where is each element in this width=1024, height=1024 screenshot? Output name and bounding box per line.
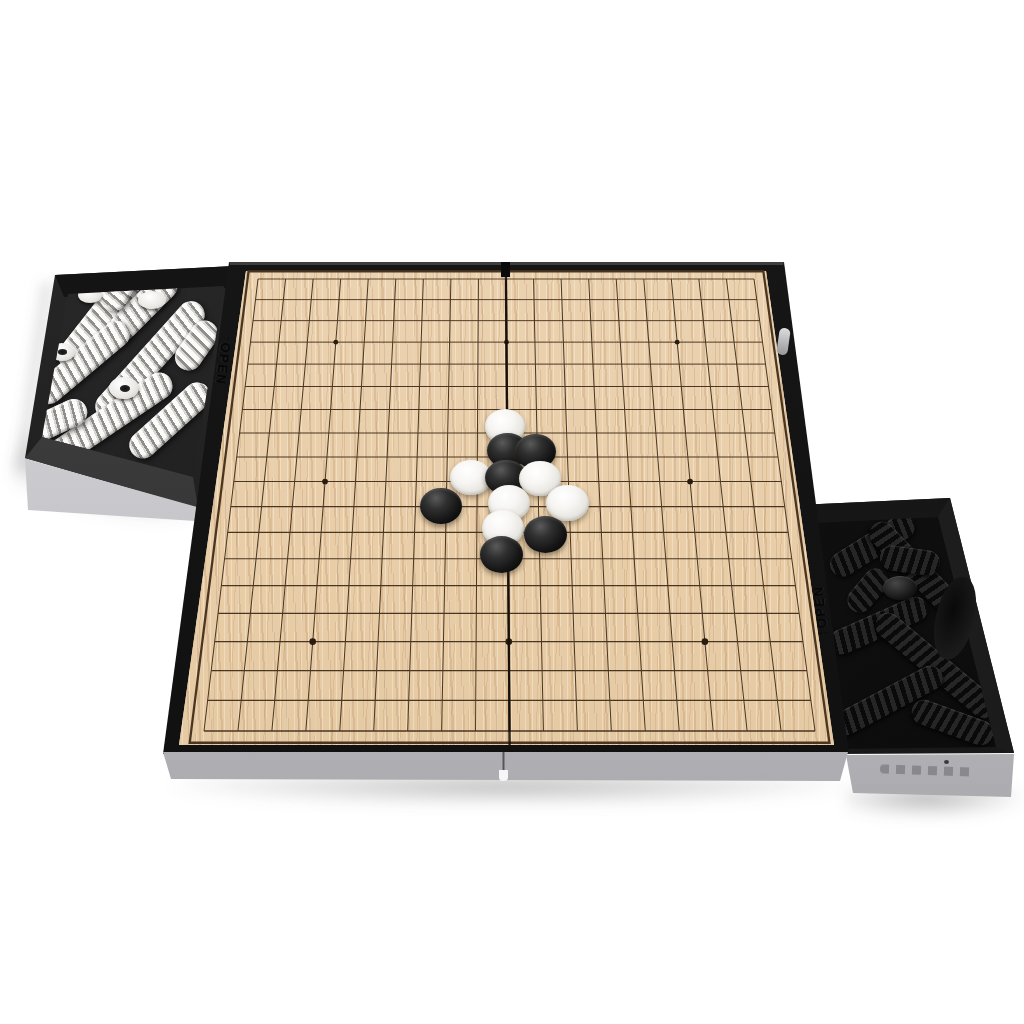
star-point xyxy=(322,479,328,485)
star-point xyxy=(333,340,338,345)
grid-line xyxy=(671,279,713,731)
grid-line xyxy=(589,279,612,731)
grid-line xyxy=(616,279,645,731)
base-seam-notch xyxy=(499,770,508,781)
star-point xyxy=(687,479,693,485)
grid-line xyxy=(374,279,396,731)
star-point xyxy=(675,340,680,345)
black-stone[interactable] xyxy=(480,536,523,573)
grid-line xyxy=(476,279,479,731)
star-point xyxy=(702,638,709,645)
white-stone[interactable] xyxy=(546,485,588,521)
grid-line xyxy=(534,279,544,731)
fold-seam-notch xyxy=(501,262,510,277)
product-scene: ↑OPEN ↑OPEN xyxy=(0,0,1024,1024)
open-label-right: ↑OPEN xyxy=(788,586,852,636)
grid-line xyxy=(644,279,679,731)
grid-line xyxy=(340,279,368,731)
open-label-left: ↑OPEN xyxy=(192,335,257,386)
grid-line xyxy=(306,279,341,731)
star-point xyxy=(309,638,316,645)
grid-line xyxy=(699,279,747,731)
black-stone[interactable] xyxy=(524,516,567,553)
